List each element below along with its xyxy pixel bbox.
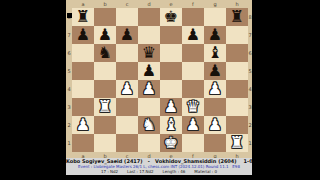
piece-black-queen: ♛ <box>142 44 156 62</box>
rank-label-8: 8 <box>248 8 252 26</box>
square-d1 <box>138 134 160 152</box>
square-h4 <box>226 80 248 98</box>
square-a6 <box>72 44 94 62</box>
square-e5 <box>160 62 182 80</box>
square-g4: ♟ <box>204 80 226 98</box>
square-d6: ♛ <box>138 44 160 62</box>
piece-white-knight: ♞ <box>142 116 156 134</box>
square-e6 <box>160 44 182 62</box>
piece-white-pawn: ♟ <box>208 80 222 98</box>
piece-black-rook: ♜ <box>230 8 244 26</box>
square-c6 <box>116 44 138 62</box>
square-f4 <box>182 80 204 98</box>
file-labels-top: abcdefgh <box>66 0 252 8</box>
square-g7: ♟ <box>204 26 226 44</box>
piece-black-bishop: ♝ <box>208 44 222 62</box>
piece-black-pawn: ♟ <box>186 26 200 44</box>
file-label-d: d <box>138 1 160 7</box>
game-caption: Kobo Sogiyev_Saeid (2417) - Vokhidov_Sha… <box>66 158 252 175</box>
square-f6 <box>182 44 204 62</box>
square-h1: ♜ <box>226 134 248 152</box>
square-c1 <box>116 134 138 152</box>
file-label-f: f <box>182 1 204 7</box>
rank-label-5: 5 <box>248 62 252 80</box>
file-label-c: c <box>116 1 138 7</box>
square-e8: ♚ <box>160 8 182 26</box>
square-a7: ♟ <box>72 26 94 44</box>
square-d5: ♟ <box>138 62 160 80</box>
square-c4: ♟ <box>116 80 138 98</box>
square-a3 <box>72 98 94 116</box>
square-f5 <box>182 62 204 80</box>
file-label-g: g <box>204 1 226 7</box>
square-c2 <box>116 116 138 134</box>
square-g2: ♟ <box>204 116 226 134</box>
square-d7 <box>138 26 160 44</box>
square-d2: ♞ <box>138 116 160 134</box>
piece-black-knight: ♞ <box>98 44 112 62</box>
square-b5 <box>94 62 116 80</box>
square-c5 <box>116 62 138 80</box>
square-c3 <box>116 98 138 116</box>
square-b3: ♜ <box>94 98 116 116</box>
file-label-h: h <box>226 1 248 7</box>
square-b8 <box>94 8 116 26</box>
square-f3: ♛ <box>182 98 204 116</box>
square-h7 <box>226 26 248 44</box>
piece-white-queen: ♛ <box>186 98 200 116</box>
piece-white-pawn: ♟ <box>76 116 90 134</box>
square-a1 <box>72 134 94 152</box>
square-c7: ♟ <box>116 26 138 44</box>
square-a4 <box>72 80 94 98</box>
square-b7: ♟ <box>94 26 116 44</box>
square-h6 <box>226 44 248 62</box>
square-d8 <box>138 8 160 26</box>
piece-black-pawn: ♟ <box>98 26 112 44</box>
square-h8: ♜ <box>226 8 248 26</box>
rank-label-4: 4 <box>248 80 252 98</box>
square-h2 <box>226 116 248 134</box>
square-g3 <box>204 98 226 116</box>
square-a2: ♟ <box>72 116 94 134</box>
piece-white-pawn: ♟ <box>142 80 156 98</box>
square-h5 <box>226 62 248 80</box>
square-c8 <box>116 8 138 26</box>
piece-white-pawn: ♟ <box>208 116 222 134</box>
piece-black-rook: ♜ <box>76 8 90 26</box>
piece-black-pawn: ♟ <box>208 62 222 80</box>
square-b2 <box>94 116 116 134</box>
side-to-move-indicator <box>67 13 72 18</box>
piece-white-pawn: ♟ <box>164 98 178 116</box>
square-a5 <box>72 62 94 80</box>
piece-black-king: ♚ <box>164 8 178 26</box>
square-g6: ♝ <box>204 44 226 62</box>
square-e3: ♟ <box>160 98 182 116</box>
piece-white-rook: ♜ <box>230 134 244 152</box>
square-e4 <box>160 80 182 98</box>
piece-black-pawn: ♟ <box>120 26 134 44</box>
square-e1: ♚ <box>160 134 182 152</box>
rank-label-3: 3 <box>248 98 252 116</box>
file-label-a: a <box>72 1 94 7</box>
piece-black-pawn: ♟ <box>76 26 90 44</box>
move-stats-line: 17 : Nd2 Last : 17.Nd2 Length : 46 Mater… <box>66 169 252 174</box>
square-f7: ♟ <box>182 26 204 44</box>
piece-white-pawn: ♟ <box>120 80 134 98</box>
file-label-e: e <box>160 1 182 7</box>
square-b6: ♞ <box>94 44 116 62</box>
video-frame: abcdefgh 87654321 ♜♚♜♟♟♟♟♟♞♛♝♟♟♟♟♟♜♟♛♟♞♝… <box>0 0 320 180</box>
square-a8: ♜ <box>72 8 94 26</box>
square-g1 <box>204 134 226 152</box>
square-b1 <box>94 134 116 152</box>
piece-white-pawn: ♟ <box>186 116 200 134</box>
piece-black-pawn: ♟ <box>142 62 156 80</box>
square-h3 <box>226 98 248 116</box>
rank-label-2: 2 <box>248 116 252 134</box>
square-f8 <box>182 8 204 26</box>
file-label-b: b <box>94 1 116 7</box>
piece-white-king: ♚ <box>164 134 178 152</box>
square-f2: ♟ <box>182 116 204 134</box>
square-e7 <box>160 26 182 44</box>
square-d4: ♟ <box>138 80 160 98</box>
piece-white-rook: ♜ <box>98 98 112 116</box>
square-g5: ♟ <box>204 62 226 80</box>
rank-label-1: 1 <box>248 134 252 152</box>
square-f1 <box>182 134 204 152</box>
piece-black-pawn: ♟ <box>208 26 222 44</box>
chess-board: ♜♚♜♟♟♟♟♟♞♛♝♟♟♟♟♟♜♟♛♟♞♝♟♟♚♜ <box>72 8 248 152</box>
square-e2: ♝ <box>160 116 182 134</box>
square-d3 <box>138 98 160 116</box>
rank-labels-right: 87654321 <box>248 8 252 152</box>
piece-white-bishop: ♝ <box>164 116 178 134</box>
chess-diagram-panel: abcdefgh 87654321 ♜♚♜♟♟♟♟♟♞♛♝♟♟♟♟♟♜♟♛♟♞♝… <box>66 0 252 175</box>
rank-label-7: 7 <box>248 26 252 44</box>
square-b4 <box>94 80 116 98</box>
square-g8 <box>204 8 226 26</box>
rank-label-6: 6 <box>248 44 252 62</box>
